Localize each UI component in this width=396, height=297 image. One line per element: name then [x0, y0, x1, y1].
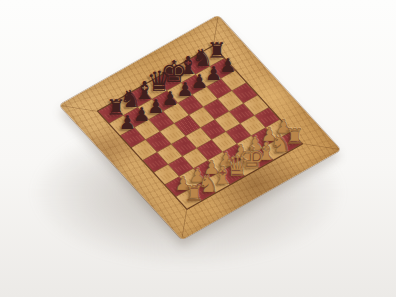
square-a1[interactable]: ♜	[176, 189, 201, 209]
piece-black-pawn[interactable]: ♟	[114, 105, 140, 131]
square-a7[interactable]: ♟	[110, 116, 135, 136]
scene-background: ♜♞♝♛♚♝♞♜♟♟♟♟♟♟♟♟♟♟♟♟♟♟♟♟♜♞♝♛♚♝♞♜	[0, 0, 396, 297]
frame-miter-seam	[62, 105, 97, 111]
piece-white-rook[interactable]: ♜	[181, 178, 207, 204]
frame-miter-seam	[182, 210, 187, 238]
frame-miter-seam	[303, 144, 338, 150]
